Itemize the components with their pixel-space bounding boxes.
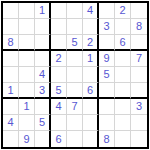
- cell-r4c2[interactable]: [19, 51, 35, 67]
- cell-r6c2[interactable]: [19, 83, 35, 99]
- cell-r5c3[interactable]: 4: [35, 67, 51, 83]
- cell-r5c2[interactable]: [19, 67, 35, 83]
- cell-r6c8[interactable]: [115, 83, 131, 99]
- cell-r7c8[interactable]: [115, 99, 131, 115]
- cell-r6c4[interactable]: 5: [51, 83, 67, 99]
- cell-r5c7[interactable]: 5: [99, 67, 115, 83]
- cell-r7c9[interactable]: 3: [131, 99, 147, 115]
- cell-r9c7[interactable]: 8: [99, 131, 115, 147]
- cell-r1c8[interactable]: 2: [115, 3, 131, 19]
- cell-r9c6[interactable]: [83, 131, 99, 147]
- cell-r6c5[interactable]: [67, 83, 83, 99]
- cell-r9c5[interactable]: [67, 131, 83, 147]
- cell-r4c3[interactable]: [35, 51, 51, 67]
- cell-r1c5[interactable]: [67, 3, 83, 19]
- cell-r9c8[interactable]: [115, 131, 131, 147]
- cell-r4c7[interactable]: 9: [99, 51, 115, 67]
- cell-r3c5[interactable]: 5: [67, 35, 83, 51]
- cell-r4c4[interactable]: 2: [51, 51, 67, 67]
- cell-r4c8[interactable]: [115, 51, 131, 67]
- cell-r3c4[interactable]: [51, 35, 67, 51]
- cell-r1c1[interactable]: [3, 3, 19, 19]
- cell-r2c5[interactable]: [67, 19, 83, 35]
- cell-r8c6[interactable]: [83, 115, 99, 131]
- cell-r9c3[interactable]: [35, 131, 51, 147]
- cell-r7c6[interactable]: [83, 99, 99, 115]
- cell-r6c7[interactable]: [99, 83, 115, 99]
- cell-r9c2[interactable]: 9: [19, 131, 35, 147]
- cell-r9c1[interactable]: [3, 131, 19, 147]
- cell-r1c7[interactable]: [99, 3, 115, 19]
- cell-r7c4[interactable]: 4: [51, 99, 67, 115]
- cell-r7c3[interactable]: [35, 99, 51, 115]
- cell-r6c9[interactable]: [131, 83, 147, 99]
- cell-r2c1[interactable]: [3, 19, 19, 35]
- cell-r5c9[interactable]: [131, 67, 147, 83]
- cell-r5c6[interactable]: [83, 67, 99, 83]
- cell-r9c9[interactable]: [131, 131, 147, 147]
- cell-r2c8[interactable]: [115, 19, 131, 35]
- cell-r2c7[interactable]: 3: [99, 19, 115, 35]
- cell-r8c5[interactable]: [67, 115, 83, 131]
- cell-r3c2[interactable]: [19, 35, 35, 51]
- cell-r4c5[interactable]: [67, 51, 83, 67]
- cell-r3c3[interactable]: [35, 35, 51, 51]
- cell-r7c7[interactable]: [99, 99, 115, 115]
- cell-r4c6[interactable]: 1: [83, 51, 99, 67]
- cell-r2c3[interactable]: [35, 19, 51, 35]
- cell-r3c6[interactable]: 2: [83, 35, 99, 51]
- cell-r7c2[interactable]: 1: [19, 99, 35, 115]
- cell-r2c9[interactable]: 8: [131, 19, 147, 35]
- cell-r8c1[interactable]: 4: [3, 115, 19, 131]
- cell-r2c4[interactable]: [51, 19, 67, 35]
- cell-r1c4[interactable]: [51, 3, 67, 19]
- cell-r7c5[interactable]: 7: [67, 99, 83, 115]
- cell-r6c1[interactable]: 1: [3, 83, 19, 99]
- cell-r5c8[interactable]: [115, 67, 131, 83]
- cell-r1c9[interactable]: [131, 3, 147, 19]
- cell-r2c6[interactable]: [83, 19, 99, 35]
- cell-r8c8[interactable]: [115, 115, 131, 131]
- cell-r4c1[interactable]: [3, 51, 19, 67]
- cell-r3c9[interactable]: [131, 35, 147, 51]
- sudoku-board-container: 1423885262197451356147345968: [0, 0, 150, 149]
- cell-r1c6[interactable]: 4: [83, 3, 99, 19]
- cell-r6c3[interactable]: 3: [35, 83, 51, 99]
- cell-r3c1[interactable]: 8: [3, 35, 19, 51]
- cell-r9c4[interactable]: 6: [51, 131, 67, 147]
- cell-r2c2[interactable]: [19, 19, 35, 35]
- cell-r5c1[interactable]: [3, 67, 19, 83]
- cell-r4c9[interactable]: 7: [131, 51, 147, 67]
- cell-r5c5[interactable]: [67, 67, 83, 83]
- cell-r1c3[interactable]: 1: [35, 3, 51, 19]
- cell-r5c4[interactable]: [51, 67, 67, 83]
- cell-r1c2[interactable]: [19, 3, 35, 19]
- cell-r3c8[interactable]: 6: [115, 35, 131, 51]
- cell-r7c1[interactable]: [3, 99, 19, 115]
- cell-r8c9[interactable]: [131, 115, 147, 131]
- cell-r8c2[interactable]: [19, 115, 35, 131]
- cell-r8c3[interactable]: 5: [35, 115, 51, 131]
- cell-r8c7[interactable]: [99, 115, 115, 131]
- cell-r3c7[interactable]: [99, 35, 115, 51]
- cell-r6c6[interactable]: 6: [83, 83, 99, 99]
- cell-r8c4[interactable]: [51, 115, 67, 131]
- sudoku-board: 1423885262197451356147345968: [1, 1, 149, 149]
